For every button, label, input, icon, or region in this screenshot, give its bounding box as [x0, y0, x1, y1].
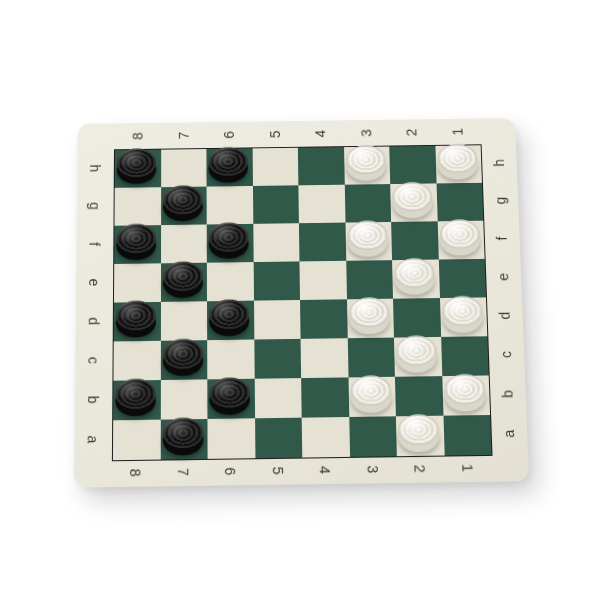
checker-white-c2[interactable]: [396, 335, 437, 373]
checker-black-e7[interactable]: [163, 261, 203, 298]
label-right-b: b: [487, 375, 528, 413]
checker-white-b3[interactable]: [350, 375, 391, 413]
label-right-d: d: [484, 297, 524, 334]
checker-white-d3[interactable]: [349, 297, 390, 334]
board-mat: 87654321 87654321 hgfedcba hgfedcba: [74, 118, 529, 488]
label-left-f: f: [75, 226, 114, 263]
label-right-h: h: [479, 145, 519, 181]
label-right-g: g: [480, 182, 520, 218]
checker-white-d1[interactable]: [442, 295, 483, 332]
checker-white-e2[interactable]: [394, 257, 435, 294]
checker-white-h3[interactable]: [346, 144, 386, 180]
label-left-d: d: [75, 303, 114, 340]
pieces-layer: [112, 144, 491, 459]
label-right-e: e: [483, 258, 523, 295]
checker-black-b6[interactable]: [210, 377, 251, 415]
checker-white-b1[interactable]: [444, 373, 486, 411]
checker-black-a7[interactable]: [163, 417, 204, 455]
checker-white-f3[interactable]: [347, 220, 388, 257]
checker-black-d6[interactable]: [209, 298, 249, 335]
checker-white-g2[interactable]: [392, 181, 433, 217]
label-right-c: c: [485, 336, 526, 374]
file-labels-left: hgfedcba: [74, 149, 114, 459]
checker-black-d8[interactable]: [116, 300, 156, 337]
checker-white-a2[interactable]: [398, 413, 440, 451]
checker-white-h1[interactable]: [437, 143, 478, 179]
label-left-e: e: [75, 264, 114, 301]
label-right-a: a: [488, 414, 529, 452]
label-left-c: c: [74, 341, 114, 379]
checker-black-f6[interactable]: [209, 222, 249, 259]
label-left-b: b: [74, 381, 114, 419]
checker-black-h6[interactable]: [209, 146, 249, 182]
checker-black-g7[interactable]: [163, 184, 203, 220]
label-left-a: a: [73, 420, 113, 458]
label-left-g: g: [76, 188, 115, 224]
checker-black-h8[interactable]: [117, 148, 157, 184]
label-left-h: h: [76, 150, 115, 186]
checker-black-c7[interactable]: [163, 338, 203, 376]
checker-black-f8[interactable]: [116, 223, 156, 260]
checker-black-b8[interactable]: [115, 378, 156, 416]
label-right-f: f: [481, 220, 521, 257]
product-photo-scene: 87654321 87654321 hgfedcba hgfedcba: [0, 0, 600, 600]
checker-white-f1[interactable]: [439, 219, 480, 256]
